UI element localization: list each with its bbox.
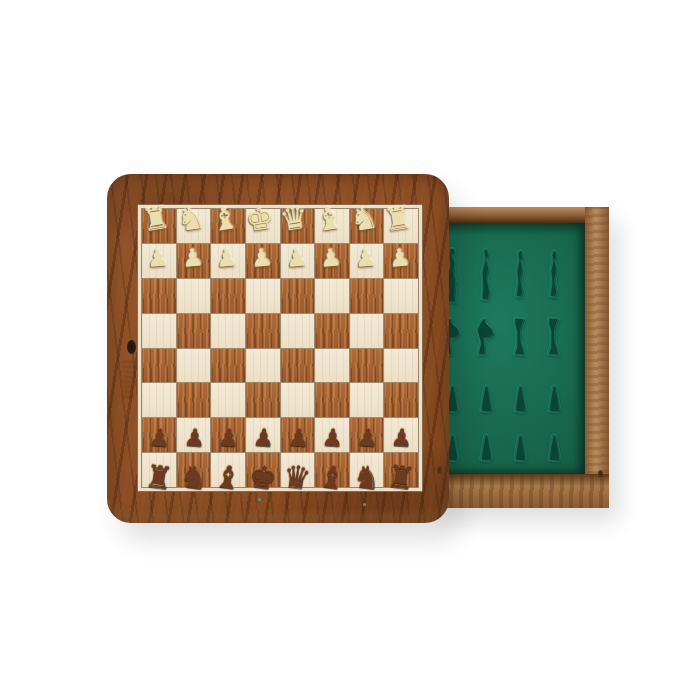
white-knight[interactable]: ♞ [347,202,379,237]
square-b4[interactable] [350,314,384,348]
square-b2[interactable]: ♟ [350,244,384,278]
square-f2[interactable]: ♟ [211,244,245,278]
drawer-right-rail [585,207,609,508]
latch-hole [127,340,136,354]
black-pawn[interactable]: ♟ [321,426,344,451]
square-e8[interactable]: ♚ [246,453,280,487]
square-e2[interactable]: ♟ [246,244,280,278]
square-h4[interactable] [142,314,176,348]
square-e1[interactable]: ♚ [246,209,280,243]
square-d6[interactable] [281,383,315,417]
drawer-felt-tray [430,223,585,474]
slot-row-4 [435,433,571,463]
square-g2[interactable]: ♟ [177,244,211,278]
chess-board-box: ♜♞♝♚♛♝♞♜♟♟♟♟♟♟♟♟♟♟♟♟♟♟♟♟♜♞♝♚♛♝♞♜ [107,174,449,523]
square-c4[interactable] [315,314,349,348]
square-d2[interactable]: ♟ [281,244,315,278]
white-pawn[interactable]: ♟ [146,245,170,271]
piece-storage-drawer[interactable] [430,207,609,508]
white-rook[interactable]: ♜ [140,202,172,237]
white-rook[interactable]: ♜ [382,202,414,237]
square-f4[interactable] [211,314,245,348]
square-a3[interactable] [384,279,418,313]
black-king[interactable]: ♚ [247,460,279,495]
scene: ♜♞♝♚♛♝♞♜♟♟♟♟♟♟♟♟♟♟♟♟♟♟♟♟♜♞♝♚♛♝♞♜ [0,0,700,700]
square-e7[interactable]: ♟ [246,418,280,452]
square-g8[interactable]: ♞ [177,453,211,487]
square-b6[interactable] [350,383,384,417]
square-g1[interactable]: ♞ [177,209,211,243]
square-c1[interactable]: ♝ [315,209,349,243]
square-g4[interactable] [177,314,211,348]
white-king[interactable]: ♚ [243,202,275,237]
square-f7[interactable]: ♟ [211,418,245,452]
bishop-slot [537,247,571,305]
square-a5[interactable] [384,349,418,383]
black-knight[interactable]: ♞ [351,460,383,495]
square-c5[interactable] [315,349,349,383]
white-pawn[interactable]: ♟ [215,245,239,271]
square-h6[interactable] [142,383,176,417]
black-rook[interactable]: ♜ [143,460,175,495]
black-pawn[interactable]: ♟ [287,426,310,451]
square-e3[interactable] [246,279,280,313]
square-g5[interactable] [177,349,211,383]
maker-stamp [121,358,135,399]
white-pawn[interactable]: ♟ [284,245,308,271]
white-bishop[interactable]: ♝ [209,202,241,237]
square-f8[interactable]: ♝ [211,453,245,487]
white-pawn[interactable]: ♟ [250,245,274,271]
square-g6[interactable] [177,383,211,417]
paint-speck [363,503,366,506]
drawer-front-rail [430,474,609,508]
square-a2[interactable]: ♟ [384,244,418,278]
pawn-slot [537,384,571,414]
square-f5[interactable] [211,349,245,383]
square-b7[interactable]: ♟ [350,418,384,452]
square-b5[interactable] [350,349,384,383]
black-rook[interactable]: ♜ [385,460,417,495]
white-pawn[interactable]: ♟ [354,245,378,271]
square-h1[interactable]: ♜ [142,209,176,243]
square-e5[interactable] [246,349,280,383]
square-c2[interactable]: ♟ [315,244,349,278]
black-bishop[interactable]: ♝ [212,460,244,495]
white-pawn[interactable]: ♟ [319,245,343,271]
white-queen[interactable]: ♛ [278,202,310,237]
square-d4[interactable] [281,314,315,348]
square-b8[interactable]: ♞ [350,453,384,487]
square-a4[interactable] [384,314,418,348]
pawn-slot [469,384,503,414]
black-pawn[interactable]: ♟ [252,426,275,451]
slot-row-2 [435,317,571,357]
square-a6[interactable] [384,383,418,417]
square-h5[interactable] [142,349,176,383]
square-h3[interactable] [142,279,176,313]
rook-slot [537,317,571,357]
square-a1[interactable]: ♜ [384,209,418,243]
square-f3[interactable] [211,279,245,313]
slot-row-3 [435,384,571,414]
white-bishop[interactable]: ♝ [313,202,345,237]
square-a7[interactable]: ♟ [384,418,418,452]
square-e6[interactable] [246,383,280,417]
square-d3[interactable] [281,279,315,313]
black-queen[interactable]: ♛ [281,460,313,495]
square-c3[interactable] [315,279,349,313]
queen-slot [469,247,503,305]
square-f6[interactable] [211,383,245,417]
wood-knot [598,470,603,477]
black-pawn[interactable]: ♟ [148,426,171,451]
square-d5[interactable] [281,349,315,383]
slot-row-1 [435,247,571,305]
black-pawn[interactable]: ♟ [390,426,413,451]
drawer-top-rail [430,207,609,223]
square-d1[interactable]: ♛ [281,209,315,243]
square-c7[interactable]: ♟ [315,418,349,452]
wood-knot [437,466,442,474]
square-h7[interactable]: ♟ [142,418,176,452]
pawn-slot [503,433,537,463]
knight-slot [469,317,503,357]
black-bishop[interactable]: ♝ [316,460,348,495]
pawn-slot [469,433,503,463]
square-h8[interactable]: ♜ [142,453,176,487]
square-g7[interactable]: ♟ [177,418,211,452]
black-knight[interactable]: ♞ [178,460,210,495]
white-pawn[interactable]: ♟ [388,245,412,271]
square-h2[interactable]: ♟ [142,244,176,278]
board-grid: ♜♞♝♚♛♝♞♜♟♟♟♟♟♟♟♟♟♟♟♟♟♟♟♟♜♞♝♚♛♝♞♜ [141,208,419,488]
black-pawn[interactable]: ♟ [183,426,206,451]
square-b3[interactable] [350,279,384,313]
paint-speck [258,498,261,501]
square-d7[interactable]: ♟ [281,418,315,452]
black-pawn[interactable]: ♟ [356,426,379,451]
square-e4[interactable] [246,314,280,348]
square-c6[interactable] [315,383,349,417]
rook-slot [503,317,537,357]
square-c8[interactable]: ♝ [315,453,349,487]
bishop-slot [503,247,537,305]
square-g3[interactable] [177,279,211,313]
pawn-slot [537,433,571,463]
square-f1[interactable]: ♝ [211,209,245,243]
playing-surface: ♜♞♝♚♛♝♞♜♟♟♟♟♟♟♟♟♟♟♟♟♟♟♟♟♜♞♝♚♛♝♞♜ [137,204,423,492]
square-d8[interactable]: ♛ [281,453,315,487]
white-knight[interactable]: ♞ [174,202,206,237]
black-pawn[interactable]: ♟ [217,426,240,451]
square-b1[interactable]: ♞ [350,209,384,243]
white-pawn[interactable]: ♟ [180,245,204,271]
pawn-slot [503,384,537,414]
square-a8[interactable]: ♜ [384,453,418,487]
